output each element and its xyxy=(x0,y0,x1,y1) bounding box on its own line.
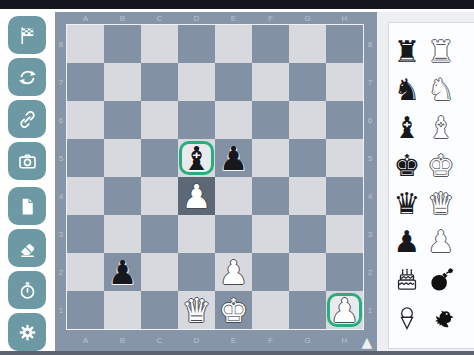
square-h3[interactable] xyxy=(326,215,363,253)
gear-icon xyxy=(17,322,38,343)
square-a5[interactable] xyxy=(67,139,104,177)
file-label-a: A xyxy=(67,12,104,25)
square-b7[interactable] xyxy=(104,63,141,101)
square-h6[interactable] xyxy=(326,101,363,139)
square-g1[interactable] xyxy=(289,291,326,329)
square-e4[interactable] xyxy=(215,177,252,215)
white-pawn-icon: ♟ xyxy=(428,227,455,257)
chess-editor-app: ABCDEFGH ABCDEFGH 87654321 87654321 ♝♟♟♟… xyxy=(0,0,474,355)
square-h4[interactable] xyxy=(326,177,363,215)
rank-label-2: 2 xyxy=(55,253,67,291)
cake-icon xyxy=(394,267,420,293)
piece-white-queen-d1[interactable]: ♛ xyxy=(182,294,212,327)
link-icon xyxy=(17,109,38,130)
file-label-c: C xyxy=(141,12,178,25)
square-d1[interactable]: ♛ xyxy=(178,291,215,329)
palette-white-king[interactable]: ♚ xyxy=(424,147,458,185)
black-pawn-icon: ♟ xyxy=(394,227,421,257)
square-a6[interactable] xyxy=(67,101,104,139)
palette-black-rook[interactable]: ♜ xyxy=(390,33,424,71)
file-label-a: A xyxy=(67,329,104,353)
piece-white-king-e1[interactable]: ♚ xyxy=(219,294,249,327)
dragon-icon xyxy=(428,305,454,331)
file-label-h: H xyxy=(326,12,363,25)
square-c6[interactable] xyxy=(141,101,178,139)
square-a2[interactable] xyxy=(67,253,104,291)
file-label-c: C xyxy=(141,329,178,353)
piece-black-pawn-e5[interactable]: ♟ xyxy=(219,142,249,175)
rank-labels-right: 87654321 xyxy=(363,25,377,329)
palette-black-knight[interactable]: ♞ xyxy=(390,71,424,109)
square-f8[interactable] xyxy=(252,25,289,63)
square-f7[interactable] xyxy=(252,63,289,101)
piece-black-pawn-b2[interactable]: ♟ xyxy=(108,256,138,289)
file-labels-top: ABCDEFGH xyxy=(67,12,363,25)
square-g8[interactable] xyxy=(289,25,326,63)
square-e7[interactable] xyxy=(215,63,252,101)
camera-button[interactable] xyxy=(8,142,46,180)
document-icon xyxy=(17,196,38,217)
document-button[interactable] xyxy=(8,187,46,225)
black-king-icon: ♚ xyxy=(394,151,421,181)
rank-label-7: 7 xyxy=(363,63,377,101)
palette-ice-cream[interactable] xyxy=(390,299,424,337)
piece-white-pawn-e2[interactable]: ♟ xyxy=(219,256,249,289)
selection-ring xyxy=(179,141,214,175)
black-bishop-icon: ♝ xyxy=(394,113,421,143)
square-f5[interactable] xyxy=(252,139,289,177)
square-d5[interactable]: ♝ xyxy=(178,139,215,177)
rank-label-6: 6 xyxy=(363,101,377,139)
rank-label-3: 3 xyxy=(55,215,67,253)
square-a7[interactable] xyxy=(67,63,104,101)
palette-white-pawn[interactable]: ♟ xyxy=(424,223,458,261)
square-g7[interactable] xyxy=(289,63,326,101)
square-c1[interactable] xyxy=(141,291,178,329)
white-rook-icon: ♜ xyxy=(428,37,455,67)
file-label-e: E xyxy=(215,329,252,353)
palette-white-knight[interactable]: ♞ xyxy=(424,71,458,109)
bomb-icon xyxy=(428,267,454,293)
stopwatch-icon xyxy=(17,280,38,301)
top-bar xyxy=(0,0,474,9)
square-d7[interactable] xyxy=(178,63,215,101)
square-h7[interactable] xyxy=(326,63,363,101)
sync-button[interactable] xyxy=(8,58,46,96)
palette-bomb[interactable] xyxy=(424,261,458,299)
chess-board: ♝♟♟♟♟♛♚♟ xyxy=(67,25,363,329)
square-c2[interactable] xyxy=(141,253,178,291)
file-label-f: F xyxy=(252,12,289,25)
square-h5[interactable] xyxy=(326,139,363,177)
square-g3[interactable] xyxy=(289,215,326,253)
square-h2[interactable] xyxy=(326,253,363,291)
square-e8[interactable] xyxy=(215,25,252,63)
square-b8[interactable] xyxy=(104,25,141,63)
square-f1[interactable] xyxy=(252,291,289,329)
square-e1[interactable]: ♚ xyxy=(215,291,252,329)
camera-icon xyxy=(17,151,38,172)
palette-black-king[interactable]: ♚ xyxy=(390,147,424,185)
square-a8[interactable] xyxy=(67,25,104,63)
piece-palette-card: ♜♜♞♞♝♝♚♚♛♛♟♟ xyxy=(388,22,474,349)
square-e6[interactable] xyxy=(215,101,252,139)
square-a4[interactable] xyxy=(67,177,104,215)
palette-white-queen[interactable]: ♛ xyxy=(424,185,458,223)
toolbar xyxy=(0,12,55,355)
file-label-e: E xyxy=(215,12,252,25)
file-label-d: D xyxy=(178,12,215,25)
square-b2[interactable]: ♟ xyxy=(104,253,141,291)
square-g5[interactable] xyxy=(289,139,326,177)
bottom-bar xyxy=(0,351,474,355)
square-c3[interactable] xyxy=(141,215,178,253)
palette-black-queen[interactable]: ♛ xyxy=(390,185,424,223)
white-queen-icon: ♛ xyxy=(428,189,455,219)
square-f2[interactable] xyxy=(252,253,289,291)
square-b6[interactable] xyxy=(104,101,141,139)
piece-palette-area: ♜♜♞♞♝♝♚♚♛♛♟♟ xyxy=(377,12,474,351)
square-c4[interactable] xyxy=(141,177,178,215)
palette-cake[interactable] xyxy=(390,261,424,299)
piece-palette: ♜♜♞♞♝♝♚♚♛♛♟♟ xyxy=(390,33,458,337)
checkered-flag-icon xyxy=(17,25,38,46)
file-label-g: G xyxy=(289,329,326,353)
rank-label-1: 1 xyxy=(55,291,67,329)
palette-white-rook[interactable]: ♜ xyxy=(424,33,458,71)
eraser-button[interactable] xyxy=(8,229,46,267)
rank-label-4: 4 xyxy=(363,177,377,215)
black-queen-icon: ♛ xyxy=(394,189,421,219)
board-resize-handle[interactable]: ▲ xyxy=(358,331,376,353)
white-bishop-icon: ♝ xyxy=(428,113,455,143)
square-d4[interactable]: ♟ xyxy=(178,177,215,215)
rank-label-5: 5 xyxy=(55,139,67,177)
square-b5[interactable] xyxy=(104,139,141,177)
square-g2[interactable] xyxy=(289,253,326,291)
black-knight-icon: ♞ xyxy=(394,75,421,105)
square-e2[interactable]: ♟ xyxy=(215,253,252,291)
rank-label-6: 6 xyxy=(55,101,67,139)
white-king-icon: ♚ xyxy=(428,151,455,181)
square-b1[interactable] xyxy=(104,291,141,329)
square-g6[interactable] xyxy=(289,101,326,139)
rank-label-5: 5 xyxy=(363,139,377,177)
square-c8[interactable] xyxy=(141,25,178,63)
square-d3[interactable] xyxy=(178,215,215,253)
palette-black-pawn[interactable]: ♟ xyxy=(390,223,424,261)
rank-label-8: 8 xyxy=(55,25,67,63)
rank-label-7: 7 xyxy=(55,63,67,101)
ice-cream-icon xyxy=(394,305,420,331)
file-label-f: F xyxy=(252,329,289,353)
gear-button[interactable] xyxy=(8,313,46,351)
square-e3[interactable] xyxy=(215,215,252,253)
black-rook-icon: ♜ xyxy=(394,37,421,67)
square-a1[interactable] xyxy=(67,291,104,329)
square-d8[interactable] xyxy=(178,25,215,63)
rank-labels-left: 87654321 xyxy=(55,25,67,329)
file-label-b: B xyxy=(104,12,141,25)
square-d2[interactable] xyxy=(178,253,215,291)
eraser-icon xyxy=(17,238,38,259)
rank-label-8: 8 xyxy=(363,25,377,63)
file-label-d: D xyxy=(178,329,215,353)
square-f6[interactable] xyxy=(252,101,289,139)
square-c7[interactable] xyxy=(141,63,178,101)
white-knight-icon: ♞ xyxy=(428,75,455,105)
file-labels-bottom: ABCDEFGH xyxy=(67,329,363,353)
sync-icon xyxy=(17,67,38,88)
rank-label-1: 1 xyxy=(363,291,377,329)
selection-ring xyxy=(327,293,362,327)
checkered-flag-button[interactable] xyxy=(8,16,46,54)
chess-board-frame: ABCDEFGH ABCDEFGH 87654321 87654321 ♝♟♟♟… xyxy=(55,12,377,353)
rank-label-2: 2 xyxy=(363,253,377,291)
file-label-b: B xyxy=(104,329,141,353)
square-c5[interactable] xyxy=(141,139,178,177)
square-f4[interactable] xyxy=(252,177,289,215)
palette-black-bishop[interactable]: ♝ xyxy=(390,109,424,147)
link-button[interactable] xyxy=(8,100,46,138)
square-b3[interactable] xyxy=(104,215,141,253)
rank-label-3: 3 xyxy=(363,215,377,253)
square-f3[interactable] xyxy=(252,215,289,253)
square-b4[interactable] xyxy=(104,177,141,215)
stopwatch-button[interactable] xyxy=(8,271,46,309)
square-d6[interactable] xyxy=(178,101,215,139)
palette-dragon[interactable] xyxy=(424,299,458,337)
palette-white-bishop[interactable]: ♝ xyxy=(424,109,458,147)
piece-white-pawn-d4[interactable]: ♟ xyxy=(182,180,212,213)
square-a3[interactable] xyxy=(67,215,104,253)
square-h8[interactable] xyxy=(326,25,363,63)
file-label-g: G xyxy=(289,12,326,25)
square-g4[interactable] xyxy=(289,177,326,215)
square-h1[interactable]: ♟ xyxy=(326,291,363,329)
rank-label-4: 4 xyxy=(55,177,67,215)
square-e5[interactable]: ♟ xyxy=(215,139,252,177)
